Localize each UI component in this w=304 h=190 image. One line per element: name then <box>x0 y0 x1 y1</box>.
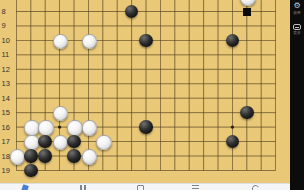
black-stone <box>67 135 81 149</box>
row-coordinate-label: 16 <box>2 123 16 132</box>
black-stone <box>67 149 81 163</box>
black-stone <box>24 149 38 163</box>
row-coordinate-label: 14 <box>2 94 16 103</box>
more-button[interactable]: 更多 <box>291 22 303 37</box>
arc-icon[interactable] <box>251 184 260 190</box>
row-coordinate-label: 15 <box>2 108 16 117</box>
row-coordinate-label: 8 <box>2 7 16 16</box>
black-stone <box>38 135 52 149</box>
white-stone <box>24 135 40 151</box>
more-icon <box>293 24 301 30</box>
bottom-toolbar <box>0 183 290 190</box>
go-board[interactable]: 78910111213141516171819 <box>0 0 290 183</box>
white-stone <box>82 120 98 136</box>
share-icon[interactable] <box>21 184 29 190</box>
right-sidebar: ⚙ 设置 更多 <box>290 0 304 190</box>
black-stone <box>240 106 254 120</box>
row-coordinate-label: 9 <box>2 21 16 30</box>
row-coordinate-label: 12 <box>2 65 16 74</box>
gear-icon: ⚙ <box>293 1 300 10</box>
board-icon[interactable] <box>137 185 144 190</box>
row-coordinate-label: 19 <box>2 166 16 175</box>
white-stone <box>38 120 54 136</box>
row-coordinate-label: 17 <box>2 137 16 146</box>
white-stone <box>82 149 98 165</box>
menu-lines-icon[interactable] <box>192 185 199 190</box>
black-stone <box>139 120 153 134</box>
row-coordinate-label: 13 <box>2 79 16 88</box>
go-app-screen: 78910111213141516171819 ⚙ 设置 更多 <box>0 0 304 190</box>
black-stone <box>139 34 153 48</box>
settings-label: 设置 <box>293 11 300 15</box>
row-coordinate-label: 7 <box>2 0 16 2</box>
black-stone <box>24 164 38 178</box>
settings-button[interactable]: ⚙ 设置 <box>291 1 303 17</box>
last-move-square-marker <box>243 8 251 16</box>
pause-bars-icon[interactable] <box>80 185 86 190</box>
white-stone <box>10 149 26 165</box>
more-label: 更多 <box>293 31 300 35</box>
black-stone <box>38 149 52 163</box>
white-stone <box>24 120 40 136</box>
row-coordinate-label: 11 <box>2 50 16 59</box>
white-stone <box>67 120 83 136</box>
row-coordinate-label: 10 <box>2 36 16 45</box>
white-stone <box>96 135 112 151</box>
